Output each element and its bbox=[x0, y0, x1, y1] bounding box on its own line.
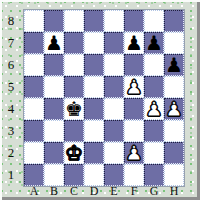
file-label-A: A bbox=[24, 185, 44, 198]
square-d4[interactable] bbox=[84, 98, 104, 120]
square-g6[interactable] bbox=[144, 54, 164, 76]
square-f2[interactable]: ♟ bbox=[124, 142, 144, 164]
rank-label-6: 6 bbox=[0, 54, 22, 76]
square-e8[interactable] bbox=[104, 10, 124, 32]
square-e7[interactable] bbox=[104, 32, 124, 54]
black-pawn[interactable]: ♟ bbox=[45, 33, 63, 53]
square-f1[interactable] bbox=[124, 164, 144, 186]
square-e3[interactable] bbox=[104, 120, 124, 142]
square-g4[interactable]: ♟ bbox=[144, 98, 164, 120]
square-h2[interactable] bbox=[164, 142, 184, 164]
square-h5[interactable] bbox=[164, 76, 184, 98]
square-f4[interactable] bbox=[124, 98, 144, 120]
square-h8[interactable] bbox=[164, 10, 184, 32]
square-e6[interactable] bbox=[104, 54, 124, 76]
rank-label-3: 3 bbox=[0, 120, 22, 142]
square-e1[interactable] bbox=[104, 164, 124, 186]
black-king[interactable]: ♚ bbox=[65, 99, 83, 119]
square-b6[interactable] bbox=[44, 54, 64, 76]
file-label-B: B bbox=[44, 185, 64, 198]
square-c8[interactable] bbox=[64, 10, 84, 32]
rank-label-8: 8 bbox=[0, 10, 22, 32]
square-f7[interactable]: ♟ bbox=[124, 32, 144, 54]
rank-labels: 87654321 bbox=[0, 10, 22, 186]
square-a1[interactable] bbox=[24, 164, 44, 186]
square-a4[interactable] bbox=[24, 98, 44, 120]
file-labels: ABCDEFGH bbox=[24, 185, 184, 198]
file-label-H: H bbox=[164, 185, 184, 198]
rank-label-4: 4 bbox=[0, 98, 22, 120]
white-king[interactable]: ♚ bbox=[65, 143, 83, 163]
square-d3[interactable] bbox=[84, 120, 104, 142]
square-b5[interactable] bbox=[44, 76, 64, 98]
square-a8[interactable] bbox=[24, 10, 44, 32]
square-c4[interactable]: ♚ bbox=[64, 98, 84, 120]
square-g3[interactable] bbox=[144, 120, 164, 142]
square-d6[interactable] bbox=[84, 54, 104, 76]
chess-board[interactable]: ♟♟♟♟♟♚♟♟♚♟ bbox=[23, 9, 185, 187]
file-label-C: C bbox=[64, 185, 84, 198]
rank-label-5: 5 bbox=[0, 76, 22, 98]
rank-label-7: 7 bbox=[0, 32, 22, 54]
square-b7[interactable]: ♟ bbox=[44, 32, 64, 54]
file-label-D: D bbox=[84, 185, 104, 198]
square-a3[interactable] bbox=[24, 120, 44, 142]
square-g2[interactable] bbox=[144, 142, 164, 164]
square-b4[interactable] bbox=[44, 98, 64, 120]
square-c1[interactable] bbox=[64, 164, 84, 186]
square-g1[interactable] bbox=[144, 164, 164, 186]
rank-label-1: 1 bbox=[0, 164, 22, 186]
square-c2[interactable]: ♚ bbox=[64, 142, 84, 164]
square-d5[interactable] bbox=[84, 76, 104, 98]
square-f3[interactable] bbox=[124, 120, 144, 142]
file-label-E: E bbox=[104, 185, 124, 198]
black-pawn[interactable]: ♟ bbox=[165, 55, 183, 75]
square-a6[interactable] bbox=[24, 54, 44, 76]
square-e4[interactable] bbox=[104, 98, 124, 120]
white-pawn[interactable]: ♟ bbox=[125, 143, 143, 163]
square-g8[interactable] bbox=[144, 10, 164, 32]
square-f5[interactable]: ♟ bbox=[124, 76, 144, 98]
square-a7[interactable] bbox=[24, 32, 44, 54]
white-pawn[interactable]: ♟ bbox=[145, 99, 163, 119]
square-b3[interactable] bbox=[44, 120, 64, 142]
square-e2[interactable] bbox=[104, 142, 124, 164]
square-b8[interactable] bbox=[44, 10, 64, 32]
square-g7[interactable]: ♟ bbox=[144, 32, 164, 54]
square-d1[interactable] bbox=[84, 164, 104, 186]
square-h3[interactable] bbox=[164, 120, 184, 142]
square-b1[interactable] bbox=[44, 164, 64, 186]
black-pawn[interactable]: ♟ bbox=[125, 33, 143, 53]
black-pawn[interactable]: ♟ bbox=[145, 33, 163, 53]
square-d2[interactable] bbox=[84, 142, 104, 164]
square-c7[interactable] bbox=[64, 32, 84, 54]
square-d7[interactable] bbox=[84, 32, 104, 54]
square-h1[interactable] bbox=[164, 164, 184, 186]
square-e5[interactable] bbox=[104, 76, 124, 98]
square-f8[interactable] bbox=[124, 10, 144, 32]
white-pawn[interactable]: ♟ bbox=[125, 77, 143, 97]
square-c5[interactable] bbox=[64, 76, 84, 98]
file-label-G: G bbox=[144, 185, 164, 198]
square-h4[interactable]: ♟ bbox=[164, 98, 184, 120]
file-label-F: F bbox=[124, 185, 144, 198]
square-d8[interactable] bbox=[84, 10, 104, 32]
square-f6[interactable] bbox=[124, 54, 144, 76]
square-c6[interactable] bbox=[64, 54, 84, 76]
square-h7[interactable] bbox=[164, 32, 184, 54]
square-c3[interactable] bbox=[64, 120, 84, 142]
square-b2[interactable] bbox=[44, 142, 64, 164]
square-g5[interactable] bbox=[144, 76, 164, 98]
square-a2[interactable] bbox=[24, 142, 44, 164]
square-h6[interactable]: ♟ bbox=[164, 54, 184, 76]
board-frame: 87654321 ♟♟♟♟♟♚♟♟♚♟ ABCDEFGH bbox=[0, 0, 200, 200]
square-a5[interactable] bbox=[24, 76, 44, 98]
rank-label-2: 2 bbox=[0, 142, 22, 164]
white-pawn[interactable]: ♟ bbox=[165, 99, 183, 119]
